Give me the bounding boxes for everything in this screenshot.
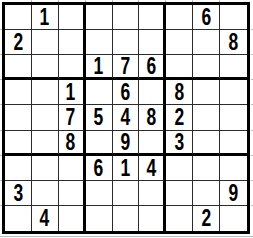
sudoku-cell-r7c5[interactable]: 1 xyxy=(113,156,140,181)
sudoku-cell-r2c5[interactable] xyxy=(113,30,140,55)
spreadsheet-gridline-stub xyxy=(251,205,253,206)
sudoku-cell-r8c9[interactable]: 9 xyxy=(220,181,247,206)
sudoku-digit: 3 xyxy=(174,131,184,154)
sudoku-digit: 1 xyxy=(66,80,76,104)
spreadsheet-gridline-stub xyxy=(251,130,253,131)
sudoku-cell-r4c5[interactable]: 6 xyxy=(113,80,140,105)
sudoku-digit: 7 xyxy=(66,105,76,129)
sudoku-cell-r8c4[interactable] xyxy=(86,181,113,206)
spreadsheet-gridline-stub xyxy=(0,29,2,30)
sudoku-cell-r5c8[interactable] xyxy=(193,105,220,130)
sudoku-cell-r4c3[interactable]: 1 xyxy=(59,80,86,105)
sudoku-cell-r6c3[interactable]: 8 xyxy=(59,131,86,156)
sudoku-digit: 2 xyxy=(13,30,23,54)
sudoku-cell-r7c1[interactable] xyxy=(5,156,32,181)
sudoku-cell-r3c4[interactable]: 1 xyxy=(86,55,113,80)
sudoku-cell-r9c1[interactable] xyxy=(5,206,32,231)
spreadsheet-gridline-stub xyxy=(219,0,220,2)
sudoku-digit: 6 xyxy=(201,5,211,29)
sudoku-digit: 4 xyxy=(40,206,50,230)
sudoku-cell-r3c3[interactable] xyxy=(59,55,86,80)
sudoku-cell-r6c9[interactable] xyxy=(220,131,247,156)
sudoku-cell-r7c7[interactable] xyxy=(166,156,193,181)
spreadsheet-gridline-stub xyxy=(251,54,253,55)
sudoku-cell-r4c1[interactable] xyxy=(5,80,32,105)
sudoku-cell-r5c3[interactable]: 7 xyxy=(59,105,86,130)
spreadsheet-gridline-stub xyxy=(165,0,166,2)
sudoku-cell-r7c4[interactable]: 6 xyxy=(86,156,113,181)
sudoku-cell-r1c8[interactable]: 6 xyxy=(193,5,220,30)
sudoku-cell-r9c4[interactable] xyxy=(86,206,113,231)
sudoku-digit: 9 xyxy=(121,131,131,154)
sudoku-cell-r4c6[interactable] xyxy=(139,80,166,105)
sudoku-digit: 7 xyxy=(121,55,131,78)
sudoku-cell-r2c1[interactable]: 2 xyxy=(5,30,32,55)
sudoku-cell-r9c7[interactable] xyxy=(166,206,193,231)
sudoku-cell-r3c1[interactable] xyxy=(5,55,32,80)
sudoku-cell-r1c5[interactable] xyxy=(113,5,140,30)
sudoku-cell-r8c5[interactable] xyxy=(113,181,140,206)
spreadsheet-gridline-stub xyxy=(0,54,2,55)
sudoku-cell-r2c3[interactable] xyxy=(59,30,86,55)
sudoku-cell-r5c6[interactable]: 8 xyxy=(139,105,166,130)
sudoku-cell-r2c2[interactable] xyxy=(32,30,59,55)
sudoku-cell-r8c7[interactable] xyxy=(166,181,193,206)
sudoku-digit: 9 xyxy=(229,181,239,205)
sudoku-digit: 1 xyxy=(121,156,131,180)
sudoku-cell-r5c4[interactable]: 5 xyxy=(86,105,113,130)
sudoku-digit: 8 xyxy=(147,105,157,129)
spreadsheet-gridline-stub xyxy=(0,180,2,181)
sudoku-cell-r5c5[interactable]: 4 xyxy=(113,105,140,130)
sudoku-cell-r6c2[interactable] xyxy=(32,131,59,156)
sudoku-digit: 3 xyxy=(13,181,23,205)
sudoku-cell-r4c7[interactable]: 8 xyxy=(166,80,193,105)
spreadsheet-gridline-stub xyxy=(251,104,253,105)
sudoku-cell-r1c9[interactable] xyxy=(220,5,247,30)
page: 1628176168754828936143942 xyxy=(0,0,253,238)
sudoku-cell-r1c6[interactable] xyxy=(139,5,166,30)
sudoku-digit: 1 xyxy=(40,5,50,29)
sudoku-cell-r6c7[interactable]: 3 xyxy=(166,131,193,156)
spreadsheet-gridline-stub xyxy=(0,236,253,237)
sudoku-cell-r4c9[interactable] xyxy=(220,80,247,105)
spreadsheet-gridline-stub xyxy=(0,79,2,80)
sudoku-cell-r7c9[interactable] xyxy=(220,156,247,181)
sudoku-cell-r4c4[interactable] xyxy=(86,80,113,105)
sudoku-cell-r2c8[interactable] xyxy=(193,30,220,55)
sudoku-cell-r1c3[interactable] xyxy=(59,5,86,30)
sudoku-cell-r2c7[interactable] xyxy=(166,30,193,55)
spreadsheet-gridline-stub xyxy=(251,79,253,80)
sudoku-cell-r2c9[interactable]: 8 xyxy=(220,30,247,55)
spreadsheet-gridline-stub xyxy=(0,130,2,131)
sudoku-cell-r7c6[interactable]: 4 xyxy=(139,156,166,181)
sudoku-cell-r1c1[interactable] xyxy=(5,5,32,30)
sudoku-cell-r2c6[interactable] xyxy=(139,30,166,55)
spreadsheet-gridline-stub xyxy=(0,205,2,206)
sudoku-cell-r6c1[interactable] xyxy=(5,131,32,156)
sudoku-cell-r8c3[interactable] xyxy=(59,181,86,206)
spreadsheet-gridline-stub xyxy=(138,0,139,2)
sudoku-cell-r8c2[interactable] xyxy=(32,181,59,206)
sudoku-digit: 4 xyxy=(121,105,131,129)
sudoku-cell-r9c8[interactable]: 2 xyxy=(193,206,220,231)
sudoku-digit: 6 xyxy=(121,80,131,104)
spreadsheet-gridline-stub xyxy=(251,155,253,156)
sudoku-cell-r8c1[interactable]: 3 xyxy=(5,181,32,206)
spreadsheet-gridline-stub xyxy=(192,0,193,2)
sudoku-cell-r7c3[interactable] xyxy=(59,156,86,181)
sudoku-cell-r9c5[interactable] xyxy=(113,206,140,231)
sudoku-cell-r1c7[interactable] xyxy=(166,5,193,30)
sudoku-cell-r1c2[interactable]: 1 xyxy=(32,5,59,30)
sudoku-cell-r5c9[interactable] xyxy=(220,105,247,130)
sudoku-cell-r4c2[interactable] xyxy=(32,80,59,105)
sudoku-digit: 6 xyxy=(147,55,157,78)
sudoku-cell-r7c8[interactable] xyxy=(193,156,220,181)
sudoku-cell-r9c6[interactable] xyxy=(139,206,166,231)
sudoku-board: 1628176168754828936143942 xyxy=(2,2,250,234)
spreadsheet-gridline-stub xyxy=(251,180,253,181)
sudoku-cell-r3c5[interactable]: 7 xyxy=(113,55,140,80)
sudoku-cell-r2c4[interactable] xyxy=(86,30,113,55)
spreadsheet-gridline-stub xyxy=(112,0,113,2)
sudoku-cell-r7c2[interactable] xyxy=(32,156,59,181)
sudoku-cell-r6c8[interactable] xyxy=(193,131,220,156)
sudoku-digit: 2 xyxy=(201,206,211,230)
sudoku-digit: 5 xyxy=(94,105,104,129)
spreadsheet-gridline-stub xyxy=(31,0,32,2)
sudoku-digit: 8 xyxy=(229,30,239,54)
sudoku-digit: 2 xyxy=(174,105,184,129)
sudoku-cell-r5c7[interactable]: 2 xyxy=(166,105,193,130)
sudoku-cell-r5c2[interactable] xyxy=(32,105,59,130)
sudoku-digit: 8 xyxy=(66,131,76,154)
sudoku-cell-r4c8[interactable] xyxy=(193,80,220,105)
spreadsheet-gridline-stub xyxy=(58,0,59,2)
sudoku-cell-r1c4[interactable] xyxy=(86,5,113,30)
sudoku-digit: 1 xyxy=(94,55,104,78)
sudoku-cell-r9c9[interactable] xyxy=(220,206,247,231)
sudoku-cell-r5c1[interactable] xyxy=(5,105,32,130)
sudoku-cell-r8c6[interactable] xyxy=(139,181,166,206)
sudoku-cell-r3c9[interactable] xyxy=(220,55,247,80)
sudoku-cell-r3c7[interactable] xyxy=(166,55,193,80)
spreadsheet-gridline-stub xyxy=(0,155,2,156)
spreadsheet-gridline-stub xyxy=(85,0,86,2)
sudoku-digit: 4 xyxy=(147,156,157,180)
sudoku-cell-r3c2[interactable] xyxy=(32,55,59,80)
sudoku-cell-r6c4[interactable] xyxy=(86,131,113,156)
sudoku-cell-r9c3[interactable] xyxy=(59,206,86,231)
sudoku-digit: 6 xyxy=(94,156,104,180)
sudoku-cell-r3c6[interactable]: 6 xyxy=(139,55,166,80)
sudoku-cell-r8c8[interactable] xyxy=(193,181,220,206)
sudoku-cell-r3c8[interactable] xyxy=(193,55,220,80)
spreadsheet-gridline-stub xyxy=(0,104,2,105)
sudoku-cell-r6c5[interactable]: 9 xyxy=(113,131,140,156)
spreadsheet-gridline-stub xyxy=(251,29,253,30)
sudoku-cell-r6c6[interactable] xyxy=(139,131,166,156)
sudoku-cell-r9c2[interactable]: 4 xyxy=(32,206,59,231)
sudoku-digit: 8 xyxy=(174,80,184,104)
